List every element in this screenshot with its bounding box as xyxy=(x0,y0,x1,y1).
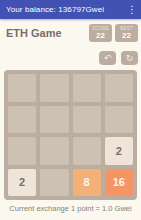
empty-cell xyxy=(40,169,68,197)
undo-button[interactable]: ↶ xyxy=(99,51,116,65)
overflow-menu-icon[interactable]: ⋮ xyxy=(127,5,137,15)
empty-cell xyxy=(8,74,36,102)
new-game-button[interactable]: ↻ xyxy=(121,51,138,65)
empty-cell xyxy=(40,74,68,102)
top-bar: Your balance: 136797Gwei ⋮ xyxy=(0,0,141,19)
refresh-icon: ↻ xyxy=(126,54,134,63)
board-grid[interactable]: 22816 xyxy=(4,70,137,200)
undo-icon: ↶ xyxy=(104,54,112,63)
balance-text: Your balance: 136797Gwei xyxy=(4,5,127,14)
empty-cell xyxy=(8,137,36,165)
empty-cell xyxy=(105,106,133,134)
game-title: ETH Game xyxy=(6,27,86,39)
control-buttons: ↶ ↻ xyxy=(94,51,138,65)
score-badge-value: 22 xyxy=(96,31,105,40)
exchange-rate-text: Current exchange 1 point = 1.0 Gwei xyxy=(0,204,141,216)
game-header: ETH Game SCORE 22 BEST 22 xyxy=(6,22,138,44)
empty-cell xyxy=(40,137,68,165)
empty-cell xyxy=(105,74,133,102)
best-badge-value: 22 xyxy=(122,31,131,40)
empty-cell xyxy=(73,106,101,134)
tile-2: 2 xyxy=(105,137,133,165)
empty-cell xyxy=(8,106,36,134)
tile-8: 8 xyxy=(73,169,101,197)
tile-2: 2 xyxy=(8,169,36,197)
eth-game-app: Your balance: 136797Gwei ⋮ ETH Game SCOR… xyxy=(0,0,141,220)
tile-16: 16 xyxy=(105,169,133,197)
empty-cell xyxy=(73,74,101,102)
empty-cell xyxy=(40,106,68,134)
score-badge: SCORE 22 xyxy=(89,24,112,42)
best-badge: BEST 22 xyxy=(115,24,138,42)
empty-cell xyxy=(73,137,101,165)
